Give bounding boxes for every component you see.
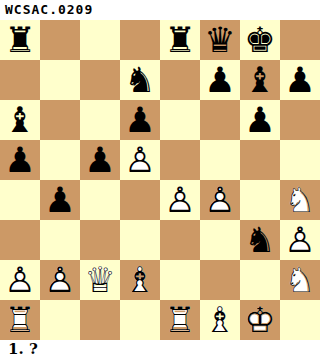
square-f1[interactable]: ♝♗ (200, 300, 240, 340)
white-knight[interactable]: ♞♘ (280, 180, 320, 220)
square-f8[interactable]: ♛ (200, 20, 240, 60)
piece-outline: ♙ (164, 180, 195, 220)
piece-outline: ♙ (204, 180, 235, 220)
piece-outline: ♙ (44, 260, 75, 300)
white-pawn[interactable]: ♟♙ (0, 260, 40, 300)
square-a7[interactable] (0, 60, 40, 100)
square-g3[interactable]: ♞ (240, 220, 280, 260)
square-h8[interactable] (280, 20, 320, 60)
black-pawn[interactable]: ♟ (240, 100, 280, 140)
white-knight[interactable]: ♞♘ (280, 260, 320, 300)
square-b2[interactable]: ♟♙ (40, 260, 80, 300)
white-pawn[interactable]: ♟♙ (280, 220, 320, 260)
square-e3[interactable] (160, 220, 200, 260)
square-h2[interactable]: ♞♘ (280, 260, 320, 300)
square-d7[interactable]: ♞ (120, 60, 160, 100)
square-b6[interactable] (40, 100, 80, 140)
piece-outline: ♙ (124, 140, 155, 180)
black-pawn[interactable]: ♟ (120, 100, 160, 140)
square-c4[interactable] (80, 180, 120, 220)
square-d5[interactable]: ♟♙ (120, 140, 160, 180)
square-f7[interactable]: ♟ (200, 60, 240, 100)
square-b4[interactable]: ♟ (40, 180, 80, 220)
piece-outline: ♘ (284, 260, 315, 300)
square-a1[interactable]: ♜♖ (0, 300, 40, 340)
black-rook[interactable]: ♜ (160, 20, 200, 60)
square-e2[interactable] (160, 260, 200, 300)
piece-outline: ♔ (244, 300, 275, 340)
square-b1[interactable] (40, 300, 80, 340)
black-queen[interactable]: ♛ (200, 20, 240, 60)
black-pawn[interactable]: ♟ (0, 140, 40, 180)
piece-outline: ♗ (204, 300, 235, 340)
square-a6[interactable]: ♝ (0, 100, 40, 140)
square-e5[interactable] (160, 140, 200, 180)
square-c2[interactable]: ♛♕ (80, 260, 120, 300)
square-h1[interactable] (280, 300, 320, 340)
square-h6[interactable] (280, 100, 320, 140)
black-pawn[interactable]: ♟ (200, 60, 240, 100)
square-g5[interactable] (240, 140, 280, 180)
square-b8[interactable] (40, 20, 80, 60)
square-b5[interactable] (40, 140, 80, 180)
black-king[interactable]: ♚ (240, 20, 280, 60)
move-prompt: 1. ? (0, 340, 320, 360)
square-e7[interactable] (160, 60, 200, 100)
piece-outline: ♘ (284, 180, 315, 220)
white-pawn[interactable]: ♟♙ (200, 180, 240, 220)
square-d6[interactable]: ♟ (120, 100, 160, 140)
white-bishop[interactable]: ♝♗ (120, 260, 160, 300)
piece-outline: ♖ (164, 300, 195, 340)
white-pawn[interactable]: ♟♙ (120, 140, 160, 180)
square-a8[interactable]: ♜ (0, 20, 40, 60)
square-e4[interactable]: ♟♙ (160, 180, 200, 220)
square-f6[interactable] (200, 100, 240, 140)
white-pawn[interactable]: ♟♙ (40, 260, 80, 300)
square-a4[interactable] (0, 180, 40, 220)
white-rook[interactable]: ♜♖ (160, 300, 200, 340)
black-knight[interactable]: ♞ (240, 220, 280, 260)
square-h3[interactable]: ♟♙ (280, 220, 320, 260)
square-c8[interactable] (80, 20, 120, 60)
square-d4[interactable] (120, 180, 160, 220)
black-pawn[interactable]: ♟ (280, 60, 320, 100)
square-g6[interactable]: ♟ (240, 100, 280, 140)
square-c6[interactable] (80, 100, 120, 140)
square-f2[interactable] (200, 260, 240, 300)
square-e8[interactable]: ♜ (160, 20, 200, 60)
black-knight[interactable]: ♞ (120, 60, 160, 100)
square-g2[interactable] (240, 260, 280, 300)
square-f5[interactable] (200, 140, 240, 180)
square-h4[interactable]: ♞♘ (280, 180, 320, 220)
white-queen[interactable]: ♛♕ (80, 260, 120, 300)
black-bishop[interactable]: ♝ (240, 60, 280, 100)
square-d1[interactable] (120, 300, 160, 340)
black-rook[interactable]: ♜ (0, 20, 40, 60)
square-b7[interactable] (40, 60, 80, 100)
square-a3[interactable] (0, 220, 40, 260)
square-b3[interactable] (40, 220, 80, 260)
square-h5[interactable] (280, 140, 320, 180)
black-bishop[interactable]: ♝ (0, 100, 40, 140)
square-g7[interactable]: ♝ (240, 60, 280, 100)
square-c3[interactable] (80, 220, 120, 260)
white-king[interactable]: ♚♔ (240, 300, 280, 340)
piece-outline: ♖ (4, 300, 35, 340)
square-g1[interactable]: ♚♔ (240, 300, 280, 340)
square-a5[interactable]: ♟ (0, 140, 40, 180)
puzzle-title: WCSAC.0209 (0, 0, 320, 20)
square-h7[interactable]: ♟ (280, 60, 320, 100)
chess-puzzle-window: WCSAC.0209 ♜♜♛♚♞♟♝♟♝♟♟♟♟♟♙♟♟♙♟♙♞♘♞♟♙♟♙♟♙… (0, 0, 320, 360)
white-rook[interactable]: ♜♖ (0, 300, 40, 340)
white-bishop[interactable]: ♝♗ (200, 300, 240, 340)
black-pawn[interactable]: ♟ (80, 140, 120, 180)
square-g8[interactable]: ♚ (240, 20, 280, 60)
square-d8[interactable] (120, 20, 160, 60)
piece-outline: ♕ (84, 260, 115, 300)
chess-board: ♜♜♛♚♞♟♝♟♝♟♟♟♟♟♙♟♟♙♟♙♞♘♞♟♙♟♙♟♙♛♕♝♗♞♘♜♖♜♖♝… (0, 20, 320, 340)
square-d3[interactable] (120, 220, 160, 260)
square-c7[interactable] (80, 60, 120, 100)
black-pawn[interactable]: ♟ (40, 180, 80, 220)
square-f3[interactable] (200, 220, 240, 260)
piece-outline: ♗ (124, 260, 155, 300)
square-e1[interactable]: ♜♖ (160, 300, 200, 340)
square-a2[interactable]: ♟♙ (0, 260, 40, 300)
white-pawn[interactable]: ♟♙ (160, 180, 200, 220)
square-c1[interactable] (80, 300, 120, 340)
square-f4[interactable]: ♟♙ (200, 180, 240, 220)
piece-outline: ♙ (284, 220, 315, 260)
piece-outline: ♙ (4, 260, 35, 300)
square-e6[interactable] (160, 100, 200, 140)
square-d2[interactable]: ♝♗ (120, 260, 160, 300)
square-c5[interactable]: ♟ (80, 140, 120, 180)
square-g4[interactable] (240, 180, 280, 220)
